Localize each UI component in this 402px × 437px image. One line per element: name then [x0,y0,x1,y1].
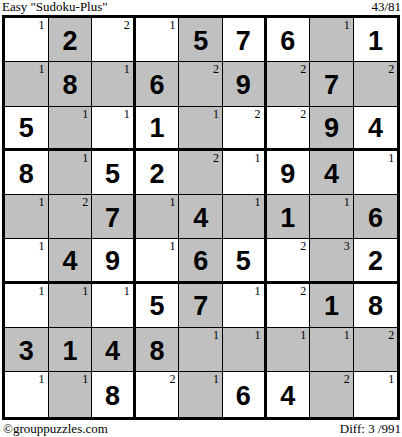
header: Easy "Sudoku-Plus" 43/81 [0,0,402,14]
pencil-mark: 2 [300,107,306,121]
pencil-mark: 1 [169,18,175,32]
cell-r4c7[interactable]: 9 [267,151,311,195]
cell-r6c8[interactable]: 3 [310,239,354,283]
cell-value: 8 [136,328,179,371]
cell-value: 7 [92,195,133,238]
cell-value: 5 [223,239,264,280]
pencil-mark: 2 [300,239,306,253]
pencil-mark: 1 [213,107,219,121]
cell-r1c5[interactable]: 5 [179,18,223,62]
cell-r3c3[interactable]: 1 [92,107,136,151]
cell-r2c4[interactable]: 6 [136,62,180,106]
cell-value: 1 [354,18,398,61]
cell-r1c9[interactable]: 1 [354,18,398,62]
cell-value: 4 [179,195,222,238]
pencil-mark: 1 [82,107,88,121]
pencil-mark: 1 [169,195,175,209]
cell-r8c6[interactable]: 1 [223,328,267,372]
pencil-mark: 1 [124,62,130,76]
cell-value: 8 [92,372,133,416]
pencil-mark: 1 [39,284,45,298]
cell-r3c6[interactable]: 2 [223,107,267,151]
cell-value: 5 [92,151,133,194]
cell-r7c2[interactable]: 1 [49,284,93,328]
pencil-mark: 1 [344,328,350,342]
cell-r7c1[interactable]: 1 [5,284,49,328]
cell-r1c6[interactable]: 7 [223,18,267,62]
cell-r1c3[interactable]: 2 [92,18,136,62]
cell-r1c2[interactable]: 2 [49,18,93,62]
cell-value: 9 [267,151,310,194]
cell-value: 5 [179,18,222,61]
cell-r5c5[interactable]: 4 [179,195,223,239]
cell-r4c5[interactable]: 2 [179,151,223,195]
sudoku-board: 1221576111816292725111122948152219411271… [2,15,400,420]
cell-value: 4 [354,107,398,148]
cell-r7c3[interactable]: 1 [92,284,136,328]
pencil-mark: 1 [255,284,261,298]
cell-r9c8[interactable]: 2 [310,372,354,416]
cell-r9c9[interactable]: 1 [354,372,398,416]
difficulty-text: Diff: 3 /991 [340,422,401,436]
pencil-mark: 1 [255,151,261,165]
cell-r4c2[interactable]: 1 [49,151,93,195]
cell-value: 4 [49,239,92,280]
cell-r1c8[interactable]: 1 [310,18,354,62]
cell-value: 3 [5,328,48,371]
cell-value: 9 [310,107,353,148]
cell-r5c1[interactable]: 1 [5,195,49,239]
pencil-mark: 2 [213,62,219,76]
cell-value: 7 [179,284,222,327]
pencil-mark: 1 [82,284,88,298]
cell-r4c1[interactable]: 8 [5,151,49,195]
pencil-mark: 1 [39,195,45,209]
cell-r5c7[interactable]: 1 [267,195,311,239]
pencil-mark: 1 [39,62,45,76]
cell-r1c7[interactable]: 6 [267,18,311,62]
pencil-mark: 1 [388,151,394,165]
cell-r4c6[interactable]: 1 [223,151,267,195]
cell-value: 1 [49,328,92,371]
pencil-mark: 1 [39,18,45,32]
puzzle-title: Easy "Sudoku-Plus" [2,0,108,14]
cell-value: 8 [5,151,48,194]
cell-r8c1[interactable]: 3 [5,328,49,372]
cell-r4c4[interactable]: 2 [136,151,180,195]
cell-r5c2[interactable]: 2 [49,195,93,239]
cell-r8c3[interactable]: 4 [92,328,136,372]
cell-r1c4[interactable]: 1 [136,18,180,62]
cell-r6c5[interactable]: 6 [179,239,223,283]
cell-r2c6[interactable]: 9 [223,62,267,106]
pencil-mark: 2 [169,372,175,386]
cell-value: 8 [49,62,92,105]
pencil-mark: 1 [213,372,219,386]
cell-value: 6 [136,62,179,105]
cell-r3c8[interactable]: 9 [310,107,354,151]
cell-value: 6 [267,18,310,61]
pencil-mark: 1 [124,284,130,298]
copyright-text: ©grouppuzzles.com [3,422,108,436]
cell-value: 8 [354,284,398,327]
pencil-mark: 1 [300,328,306,342]
footer: ©grouppuzzles.com Diff: 3 /991 [0,420,402,436]
cell-r5c9[interactable]: 6 [354,195,398,239]
pencil-mark: 2 [300,62,306,76]
pencil-mark: 1 [255,328,261,342]
pencil-mark: 1 [39,239,45,253]
pencil-mark: 1 [344,18,350,32]
pencil-mark: 2 [300,284,306,298]
cell-value: 4 [310,151,353,194]
cell-r8c4[interactable]: 8 [136,328,180,372]
cell-r2c8[interactable]: 7 [310,62,354,106]
cell-value: 5 [136,284,179,327]
pencil-mark: 1 [169,239,175,253]
cell-r1c1[interactable]: 1 [5,18,49,62]
cell-value: 6 [179,239,222,280]
cell-r9c7[interactable]: 4 [267,372,311,416]
cell-r3c1[interactable]: 5 [5,107,49,151]
progress-counter: 43/81 [371,0,401,14]
pencil-mark: 1 [213,328,219,342]
cell-r6c9[interactable]: 2 [354,239,398,283]
cell-r3c2[interactable]: 1 [49,107,93,151]
pencil-mark: 1 [255,195,261,209]
cell-r4c3[interactable]: 5 [92,151,136,195]
cell-value: 1 [267,195,310,238]
cell-value: 4 [92,328,133,371]
cell-r2c2[interactable]: 8 [49,62,93,106]
sudoku-page: Easy "Sudoku-Plus" 43/81 122157611181629… [0,0,402,437]
cell-r6c1[interactable]: 1 [5,239,49,283]
cell-r9c6[interactable]: 6 [223,372,267,416]
cell-r6c2[interactable]: 4 [49,239,93,283]
pencil-mark: 2 [82,195,88,209]
cell-r5c3[interactable]: 7 [92,195,136,239]
cell-r8c5[interactable]: 1 [179,328,223,372]
cell-value: 2 [136,151,179,194]
pencil-mark: 2 [124,18,130,32]
cell-r7c6[interactable]: 1 [223,284,267,328]
cell-value: 9 [223,62,264,105]
cell-value: 5 [5,107,48,148]
cell-r5c6[interactable]: 1 [223,195,267,239]
cell-value: 7 [310,62,353,105]
cell-r8c8[interactable]: 1 [310,328,354,372]
pencil-mark: 1 [82,151,88,165]
cell-r3c7[interactable]: 2 [267,107,311,151]
cell-value: 4 [267,372,310,416]
cell-value: 6 [223,372,264,416]
cell-r3c5[interactable]: 1 [179,107,223,151]
cell-r9c5[interactable]: 1 [179,372,223,416]
cell-r3c9[interactable]: 4 [354,107,398,151]
cell-r4c9[interactable]: 1 [354,151,398,195]
cell-r2c7[interactable]: 2 [267,62,311,106]
cell-r8c9[interactable]: 2 [354,328,398,372]
pencil-mark: 2 [255,107,261,121]
pencil-mark: 2 [344,372,350,386]
cell-value: 6 [354,195,398,238]
pencil-mark: 1 [82,372,88,386]
pencil-mark: 1 [124,107,130,121]
pencil-mark: 1 [344,195,350,209]
cell-r2c3[interactable]: 1 [92,62,136,106]
cell-r9c1[interactable]: 1 [5,372,49,416]
cell-r9c3[interactable]: 8 [92,372,136,416]
cell-r8c2[interactable]: 1 [49,328,93,372]
pencil-mark: 2 [388,328,394,342]
pencil-mark: 3 [344,239,350,253]
cell-r6c6[interactable]: 5 [223,239,267,283]
cell-r7c8[interactable]: 1 [310,284,354,328]
cell-value: 7 [223,18,264,61]
pencil-mark: 2 [213,151,219,165]
cell-r9c4[interactable]: 2 [136,372,180,416]
cell-r4c8[interactable]: 4 [310,151,354,195]
cell-r5c8[interactable]: 1 [310,195,354,239]
cell-r5c4[interactable]: 1 [136,195,180,239]
cell-value: 2 [354,239,398,280]
cell-r9c2[interactable]: 1 [49,372,93,416]
cell-r7c9[interactable]: 8 [354,284,398,328]
cell-r6c7[interactable]: 2 [267,239,311,283]
cell-r8c7[interactable]: 1 [267,328,311,372]
cell-r6c3[interactable]: 9 [92,239,136,283]
cell-value: 9 [92,239,133,280]
cell-r7c7[interactable]: 2 [267,284,311,328]
cell-r2c1[interactable]: 1 [5,62,49,106]
cell-r7c5[interactable]: 7 [179,284,223,328]
cell-r2c9[interactable]: 2 [354,62,398,106]
pencil-mark: 1 [39,372,45,386]
cell-value: 1 [136,107,179,148]
cell-value: 2 [49,18,92,61]
cell-r7c4[interactable]: 5 [136,284,180,328]
pencil-mark: 1 [388,372,394,386]
cell-r2c5[interactable]: 2 [179,62,223,106]
cell-r6c4[interactable]: 1 [136,239,180,283]
cell-r3c4[interactable]: 1 [136,107,180,151]
pencil-mark: 2 [388,62,394,76]
cell-value: 1 [310,284,353,327]
